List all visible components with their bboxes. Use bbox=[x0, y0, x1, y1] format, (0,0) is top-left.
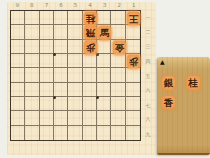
board-cell-5-5 bbox=[68, 68, 82, 82]
file-label-1: 1 bbox=[127, 1, 142, 9]
shogi-piece-sente-3-2: 馬 bbox=[98, 26, 111, 40]
board-cell-1-7 bbox=[126, 97, 140, 111]
shogi-piece-gote-2-3: 金 bbox=[113, 41, 126, 55]
board-cell-6-3 bbox=[54, 40, 68, 54]
board-cell-5-1 bbox=[68, 11, 82, 25]
board-cell-9-3 bbox=[11, 40, 25, 54]
board-cell-3-8 bbox=[97, 111, 111, 125]
board-cell-8-6 bbox=[25, 83, 39, 97]
board-cell-9-4 bbox=[11, 54, 25, 68]
file-label-6: 6 bbox=[54, 1, 69, 9]
board-cell-7-8 bbox=[40, 111, 54, 125]
board-cell-1-2 bbox=[126, 25, 140, 39]
board-cell-3-5 bbox=[97, 68, 111, 82]
board-cell-8-2 bbox=[25, 25, 39, 39]
board-cell-8-7 bbox=[25, 97, 39, 111]
board-cell-4-9 bbox=[83, 126, 97, 140]
board-cell-9-9 bbox=[11, 126, 25, 140]
shogi-piece-gote-1-4: 歩 bbox=[127, 55, 140, 69]
board-cell-6-2 bbox=[54, 25, 68, 39]
board-cell-6-7 bbox=[54, 97, 68, 111]
rank-label-4: 四 bbox=[142, 54, 154, 69]
hand-piece-3: 香 bbox=[162, 96, 175, 110]
board-cell-2-4 bbox=[111, 54, 125, 68]
board-cell-1-8 bbox=[126, 111, 140, 125]
board-cell-2-6 bbox=[111, 83, 125, 97]
board-cell-6-6 bbox=[54, 83, 68, 97]
board-cell-6-9 bbox=[54, 126, 68, 140]
board-cell-8-5 bbox=[25, 68, 39, 82]
board-cell-6-8 bbox=[54, 111, 68, 125]
shogi-piece-gote-4-1: 桂 bbox=[84, 12, 97, 26]
board-cell-3-3 bbox=[97, 40, 111, 54]
board-cell-4-6 bbox=[83, 83, 97, 97]
rank-label-6: 六 bbox=[142, 83, 154, 98]
board-cell-1-5 bbox=[126, 68, 140, 82]
board-cell-3-7 bbox=[97, 97, 111, 111]
board-cell-2-9 bbox=[111, 126, 125, 140]
hand-piece-1: 銀 bbox=[162, 76, 175, 90]
rank-label-2: 二 bbox=[142, 25, 154, 40]
board-cell-7-2 bbox=[40, 25, 54, 39]
board-cell-8-4 bbox=[25, 54, 39, 68]
board-cell-8-3 bbox=[25, 40, 39, 54]
rank-label-8: 八 bbox=[142, 112, 154, 127]
board-cell-5-7 bbox=[68, 97, 82, 111]
file-label-3: 3 bbox=[97, 1, 112, 9]
board-cell-9-5 bbox=[11, 68, 25, 82]
shogi-piece-gote-4-2: 飛 bbox=[84, 26, 97, 40]
board-cell-2-1 bbox=[111, 11, 125, 25]
board-cell-1-6 bbox=[126, 83, 140, 97]
hoshi-dot bbox=[53, 53, 56, 56]
hand-piece-2: 桂 bbox=[187, 76, 200, 90]
shogi-board bbox=[10, 10, 141, 141]
board-cell-6-5 bbox=[54, 68, 68, 82]
board-cell-5-2 bbox=[68, 25, 82, 39]
rank-labels: 一二三四五六七八九 bbox=[142, 10, 154, 141]
board-cell-9-8 bbox=[11, 111, 25, 125]
board-cell-4-4 bbox=[83, 54, 97, 68]
board-cell-8-1 bbox=[25, 11, 39, 25]
board-cell-5-3 bbox=[68, 40, 82, 54]
board-cell-8-8 bbox=[25, 111, 39, 125]
board-cell-3-9 bbox=[97, 126, 111, 140]
board-cell-5-9 bbox=[68, 126, 82, 140]
board-cell-5-8 bbox=[68, 111, 82, 125]
sente-hand-panel: ▲ 銀桂香 bbox=[157, 57, 210, 155]
board-cell-8-9 bbox=[25, 126, 39, 140]
board-cell-5-6 bbox=[68, 83, 82, 97]
board-cell-4-7 bbox=[83, 97, 97, 111]
board-cell-7-6 bbox=[40, 83, 54, 97]
board-cell-2-2 bbox=[111, 25, 125, 39]
file-label-5: 5 bbox=[68, 1, 83, 9]
board-cell-2-5 bbox=[111, 68, 125, 82]
board-cell-9-6 bbox=[11, 83, 25, 97]
file-label-8: 8 bbox=[25, 1, 40, 9]
board-cell-7-7 bbox=[40, 97, 54, 111]
file-label-9: 9 bbox=[10, 1, 25, 9]
rank-label-5: 五 bbox=[142, 68, 154, 83]
board-cell-7-9 bbox=[40, 126, 54, 140]
board-cell-1-9 bbox=[126, 126, 140, 140]
board-cell-1-3 bbox=[126, 40, 140, 54]
rank-label-1: 一 bbox=[142, 10, 154, 25]
board-cell-7-5 bbox=[40, 68, 54, 82]
hoshi-dot bbox=[53, 96, 56, 99]
tsume-diagram: 987654321 一二三四五六七八九 桂王飛馬歩金歩 ▲ 銀桂香 bbox=[0, 0, 210, 158]
file-labels: 987654321 bbox=[10, 1, 141, 9]
board-cell-9-1 bbox=[11, 11, 25, 25]
rank-label-7: 七 bbox=[142, 97, 154, 112]
rank-label-3: 三 bbox=[142, 39, 154, 54]
board-cell-4-5 bbox=[83, 68, 97, 82]
shogi-piece-gote-4-3: 歩 bbox=[84, 41, 97, 55]
shogi-piece-gote-1-1: 王 bbox=[127, 12, 140, 26]
board-cell-5-4 bbox=[68, 54, 82, 68]
board-cell-4-8 bbox=[83, 111, 97, 125]
board-cell-9-7 bbox=[11, 97, 25, 111]
board-cell-6-1 bbox=[54, 11, 68, 25]
rank-label-9: 九 bbox=[142, 127, 154, 142]
file-label-4: 4 bbox=[83, 1, 98, 9]
board-cell-7-3 bbox=[40, 40, 54, 54]
board-cell-7-4 bbox=[40, 54, 54, 68]
board-cell-3-6 bbox=[97, 83, 111, 97]
board-cell-9-2 bbox=[11, 25, 25, 39]
file-label-2: 2 bbox=[112, 1, 127, 9]
board-cell-2-8 bbox=[111, 111, 125, 125]
sente-marker-icon: ▲ bbox=[160, 58, 165, 66]
hoshi-dot bbox=[96, 96, 99, 99]
board-cell-6-4 bbox=[54, 54, 68, 68]
board-cell-3-1 bbox=[97, 11, 111, 25]
board-cell-7-1 bbox=[40, 11, 54, 25]
board-cell-3-4 bbox=[97, 54, 111, 68]
board-cell-2-7 bbox=[111, 97, 125, 111]
file-label-7: 7 bbox=[39, 1, 54, 9]
